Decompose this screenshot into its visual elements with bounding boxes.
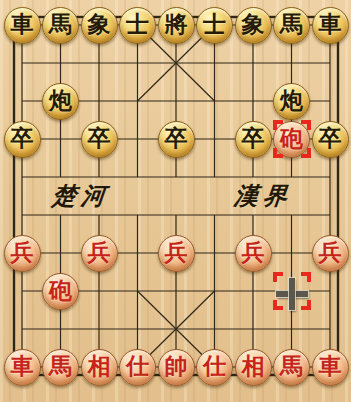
piece-glyph: 卒 <box>165 127 188 150</box>
piece-glyph: 兵 <box>242 241 265 264</box>
piece-black-chariot[interactable]: 車 <box>312 7 349 44</box>
piece-glyph: 相 <box>242 355 265 378</box>
piece-glyph: 車 <box>11 355 34 378</box>
piece-red-soldier[interactable]: 兵 <box>312 235 349 272</box>
piece-glyph: 相 <box>88 355 111 378</box>
piece-black-elephant[interactable]: 象 <box>235 7 272 44</box>
piece-glyph: 砲 <box>280 127 303 150</box>
piece-black-soldier[interactable]: 卒 <box>158 121 195 158</box>
piece-glyph: 車 <box>319 13 342 36</box>
piece-glyph: 象 <box>242 13 265 36</box>
piece-glyph: 兵 <box>11 241 34 264</box>
piece-glyph: 士 <box>126 13 149 36</box>
piece-red-cannon[interactable]: 砲 <box>42 273 79 310</box>
piece-red-chariot[interactable]: 車 <box>312 349 349 386</box>
piece-glyph: 帥 <box>165 355 188 378</box>
piece-glyph: 象 <box>88 13 111 36</box>
piece-red-general[interactable]: 帥 <box>158 349 195 386</box>
piece-glyph: 士 <box>203 13 226 36</box>
piece-black-horse[interactable]: 馬 <box>273 7 310 44</box>
piece-glyph: 卒 <box>11 127 34 150</box>
piece-red-cannon[interactable]: 砲 <box>273 121 310 158</box>
piece-red-chariot[interactable]: 車 <box>4 349 41 386</box>
piece-red-advisor[interactable]: 仕 <box>196 349 233 386</box>
piece-red-soldier[interactable]: 兵 <box>4 235 41 272</box>
piece-glyph: 車 <box>319 355 342 378</box>
piece-black-soldier[interactable]: 卒 <box>4 121 41 158</box>
piece-glyph: 車 <box>11 13 34 36</box>
piece-black-soldier[interactable]: 卒 <box>312 121 349 158</box>
piece-glyph: 兵 <box>88 241 111 264</box>
piece-black-elephant[interactable]: 象 <box>81 7 118 44</box>
piece-glyph: 卒 <box>88 127 111 150</box>
piece-red-horse[interactable]: 馬 <box>273 349 310 386</box>
river-label-han-jie: 漢界 <box>232 180 293 212</box>
piece-glyph: 將 <box>165 13 188 36</box>
piece-red-horse[interactable]: 馬 <box>42 349 79 386</box>
piece-glyph: 仕 <box>126 355 149 378</box>
piece-red-soldier[interactable]: 兵 <box>235 235 272 272</box>
piece-glyph: 炮 <box>280 89 303 112</box>
piece-glyph: 馬 <box>49 13 72 36</box>
piece-black-soldier[interactable]: 卒 <box>81 121 118 158</box>
river-label-chu-he: 楚河 <box>50 180 111 212</box>
piece-black-advisor[interactable]: 士 <box>119 7 156 44</box>
piece-black-horse[interactable]: 馬 <box>42 7 79 44</box>
piece-black-chariot[interactable]: 車 <box>4 7 41 44</box>
piece-black-soldier[interactable]: 卒 <box>235 121 272 158</box>
piece-black-cannon[interactable]: 炮 <box>42 83 79 120</box>
piece-glyph: 馬 <box>280 13 303 36</box>
piece-red-elephant[interactable]: 相 <box>81 349 118 386</box>
piece-red-elephant[interactable]: 相 <box>235 349 272 386</box>
piece-black-general[interactable]: 將 <box>158 7 195 44</box>
piece-black-cannon[interactable]: 炮 <box>273 83 310 120</box>
piece-glyph: 馬 <box>280 355 303 378</box>
piece-black-advisor[interactable]: 士 <box>196 7 233 44</box>
piece-glyph: 卒 <box>319 127 342 150</box>
xiangqi-board[interactable]: 楚河 漢界 車馬象士將士象馬車炮炮卒卒卒卒砲卒兵兵兵兵兵砲車馬相仕帥仕相馬車 <box>0 0 351 402</box>
piece-glyph: 馬 <box>49 355 72 378</box>
piece-glyph: 砲 <box>49 279 72 302</box>
piece-glyph: 仕 <box>203 355 226 378</box>
piece-red-advisor[interactable]: 仕 <box>119 349 156 386</box>
piece-red-soldier[interactable]: 兵 <box>158 235 195 272</box>
piece-red-soldier[interactable]: 兵 <box>81 235 118 272</box>
piece-glyph: 炮 <box>49 89 72 112</box>
piece-glyph: 兵 <box>165 241 188 264</box>
piece-glyph: 卒 <box>242 127 265 150</box>
piece-glyph: 兵 <box>319 241 342 264</box>
